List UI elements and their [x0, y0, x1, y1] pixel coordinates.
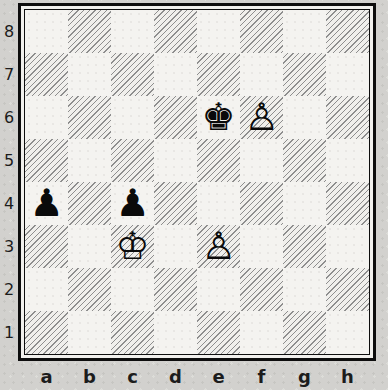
rank-label-1: 1 [0, 311, 18, 354]
square-g7[interactable] [283, 53, 326, 96]
square-e6[interactable]: ♚ [197, 96, 240, 139]
square-g4[interactable] [283, 182, 326, 225]
square-g8[interactable] [283, 10, 326, 53]
square-e7[interactable] [197, 53, 240, 96]
square-e2[interactable] [197, 268, 240, 311]
piece-white-pawn-f6: ♙ [244, 98, 278, 136]
rank-label-4: 4 [0, 182, 18, 225]
rank-label-3: 3 [0, 225, 18, 268]
square-c2[interactable] [111, 268, 154, 311]
square-f5[interactable] [240, 139, 283, 182]
file-label-a: a [25, 363, 68, 390]
square-f7[interactable] [240, 53, 283, 96]
file-label-h: h [326, 363, 369, 390]
piece-black-pawn-a4: ♟ [29, 184, 63, 222]
piece-black-king-e6: ♚ [201, 98, 235, 136]
square-a6[interactable] [25, 96, 68, 139]
piece-white-pawn-e3: ♙ [201, 227, 235, 265]
square-g6[interactable] [283, 96, 326, 139]
square-b2[interactable] [68, 268, 111, 311]
square-a8[interactable] [25, 10, 68, 53]
square-d8[interactable] [154, 10, 197, 53]
piece-white-king-c3: ♔ [115, 227, 149, 265]
rank-label-2: 2 [0, 268, 18, 311]
chess-board-frame: ♚♙♟♟♔♙ [18, 3, 376, 361]
rank-labels: 87654321 [0, 10, 18, 354]
square-a1[interactable] [25, 311, 68, 354]
square-e8[interactable] [197, 10, 240, 53]
square-b3[interactable] [68, 225, 111, 268]
square-d2[interactable] [154, 268, 197, 311]
square-f3[interactable] [240, 225, 283, 268]
square-d7[interactable] [154, 53, 197, 96]
file-label-b: b [68, 363, 111, 390]
file-label-c: c [111, 363, 154, 390]
square-g3[interactable] [283, 225, 326, 268]
square-f1[interactable] [240, 311, 283, 354]
square-b8[interactable] [68, 10, 111, 53]
file-label-f: f [240, 363, 283, 390]
square-a7[interactable] [25, 53, 68, 96]
file-label-e: e [197, 363, 240, 390]
square-f2[interactable] [240, 268, 283, 311]
square-b7[interactable] [68, 53, 111, 96]
square-d4[interactable] [154, 182, 197, 225]
file-label-d: d [154, 363, 197, 390]
square-h7[interactable] [326, 53, 369, 96]
square-f6[interactable]: ♙ [240, 96, 283, 139]
square-b1[interactable] [68, 311, 111, 354]
square-d3[interactable] [154, 225, 197, 268]
square-h3[interactable] [326, 225, 369, 268]
square-c1[interactable] [111, 311, 154, 354]
square-h5[interactable] [326, 139, 369, 182]
square-a4[interactable]: ♟ [25, 182, 68, 225]
square-b6[interactable] [68, 96, 111, 139]
rank-label-6: 6 [0, 96, 18, 139]
square-e4[interactable] [197, 182, 240, 225]
rank-label-5: 5 [0, 139, 18, 182]
square-e5[interactable] [197, 139, 240, 182]
square-f4[interactable] [240, 182, 283, 225]
piece-black-pawn-c4: ♟ [115, 184, 149, 222]
square-a3[interactable] [25, 225, 68, 268]
square-a5[interactable] [25, 139, 68, 182]
chess-board: ♚♙♟♟♔♙ [24, 9, 370, 355]
square-c7[interactable] [111, 53, 154, 96]
square-g2[interactable] [283, 268, 326, 311]
square-f8[interactable] [240, 10, 283, 53]
rank-label-8: 8 [0, 10, 18, 53]
square-c6[interactable] [111, 96, 154, 139]
square-h1[interactable] [326, 311, 369, 354]
square-c8[interactable] [111, 10, 154, 53]
square-h4[interactable] [326, 182, 369, 225]
square-h8[interactable] [326, 10, 369, 53]
square-b4[interactable] [68, 182, 111, 225]
file-label-g: g [283, 363, 326, 390]
square-g1[interactable] [283, 311, 326, 354]
square-d5[interactable] [154, 139, 197, 182]
square-a2[interactable] [25, 268, 68, 311]
square-c4[interactable]: ♟ [111, 182, 154, 225]
square-c5[interactable] [111, 139, 154, 182]
square-c3[interactable]: ♔ [111, 225, 154, 268]
file-labels: abcdefgh [25, 363, 369, 390]
rank-label-7: 7 [0, 53, 18, 96]
square-e3[interactable]: ♙ [197, 225, 240, 268]
square-h6[interactable] [326, 96, 369, 139]
square-h2[interactable] [326, 268, 369, 311]
square-e1[interactable] [197, 311, 240, 354]
square-g5[interactable] [283, 139, 326, 182]
square-d1[interactable] [154, 311, 197, 354]
square-b5[interactable] [68, 139, 111, 182]
square-d6[interactable] [154, 96, 197, 139]
